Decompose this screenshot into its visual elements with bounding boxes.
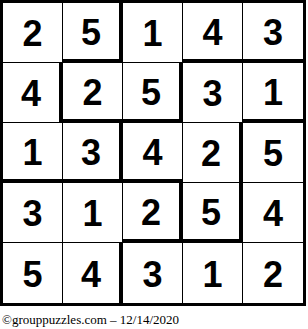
cell-r5c3: 3 <box>123 243 183 303</box>
cell-r4c3: 2 <box>123 183 183 243</box>
cell-r2c4: 3 <box>183 63 243 123</box>
cell-r4c2: 1 <box>63 183 123 243</box>
cell-r1c1: 2 <box>3 3 63 63</box>
copyright-credit: ©grouppuzzles.com – 12/14/2020 <box>2 312 308 328</box>
cell-r3c2: 3 <box>63 123 123 183</box>
cell-r3c3: 4 <box>123 123 183 183</box>
cell-r4c1: 3 <box>3 183 63 243</box>
cell-r4c4: 5 <box>183 183 243 243</box>
cell-r2c3: 5 <box>123 63 183 123</box>
cell-r1c3: 1 <box>123 3 183 63</box>
cell-r1c4: 4 <box>183 3 243 63</box>
cell-r4c5: 4 <box>243 183 303 243</box>
cell-r3c5: 5 <box>243 123 303 183</box>
cell-r3c1: 1 <box>3 123 63 183</box>
cell-r2c1: 4 <box>3 63 63 123</box>
sudoku-grid: 2514342531134253125454312 <box>0 0 306 306</box>
cell-r5c5: 2 <box>243 243 303 303</box>
cell-r1c5: 3 <box>243 3 303 63</box>
cell-r2c5: 1 <box>243 63 303 123</box>
cell-r2c2: 2 <box>63 63 123 123</box>
cell-r1c2: 5 <box>63 3 123 63</box>
cell-r5c1: 5 <box>3 243 63 303</box>
cell-r5c4: 1 <box>183 243 243 303</box>
cell-r5c2: 4 <box>63 243 123 303</box>
cell-r3c4: 2 <box>183 123 243 183</box>
